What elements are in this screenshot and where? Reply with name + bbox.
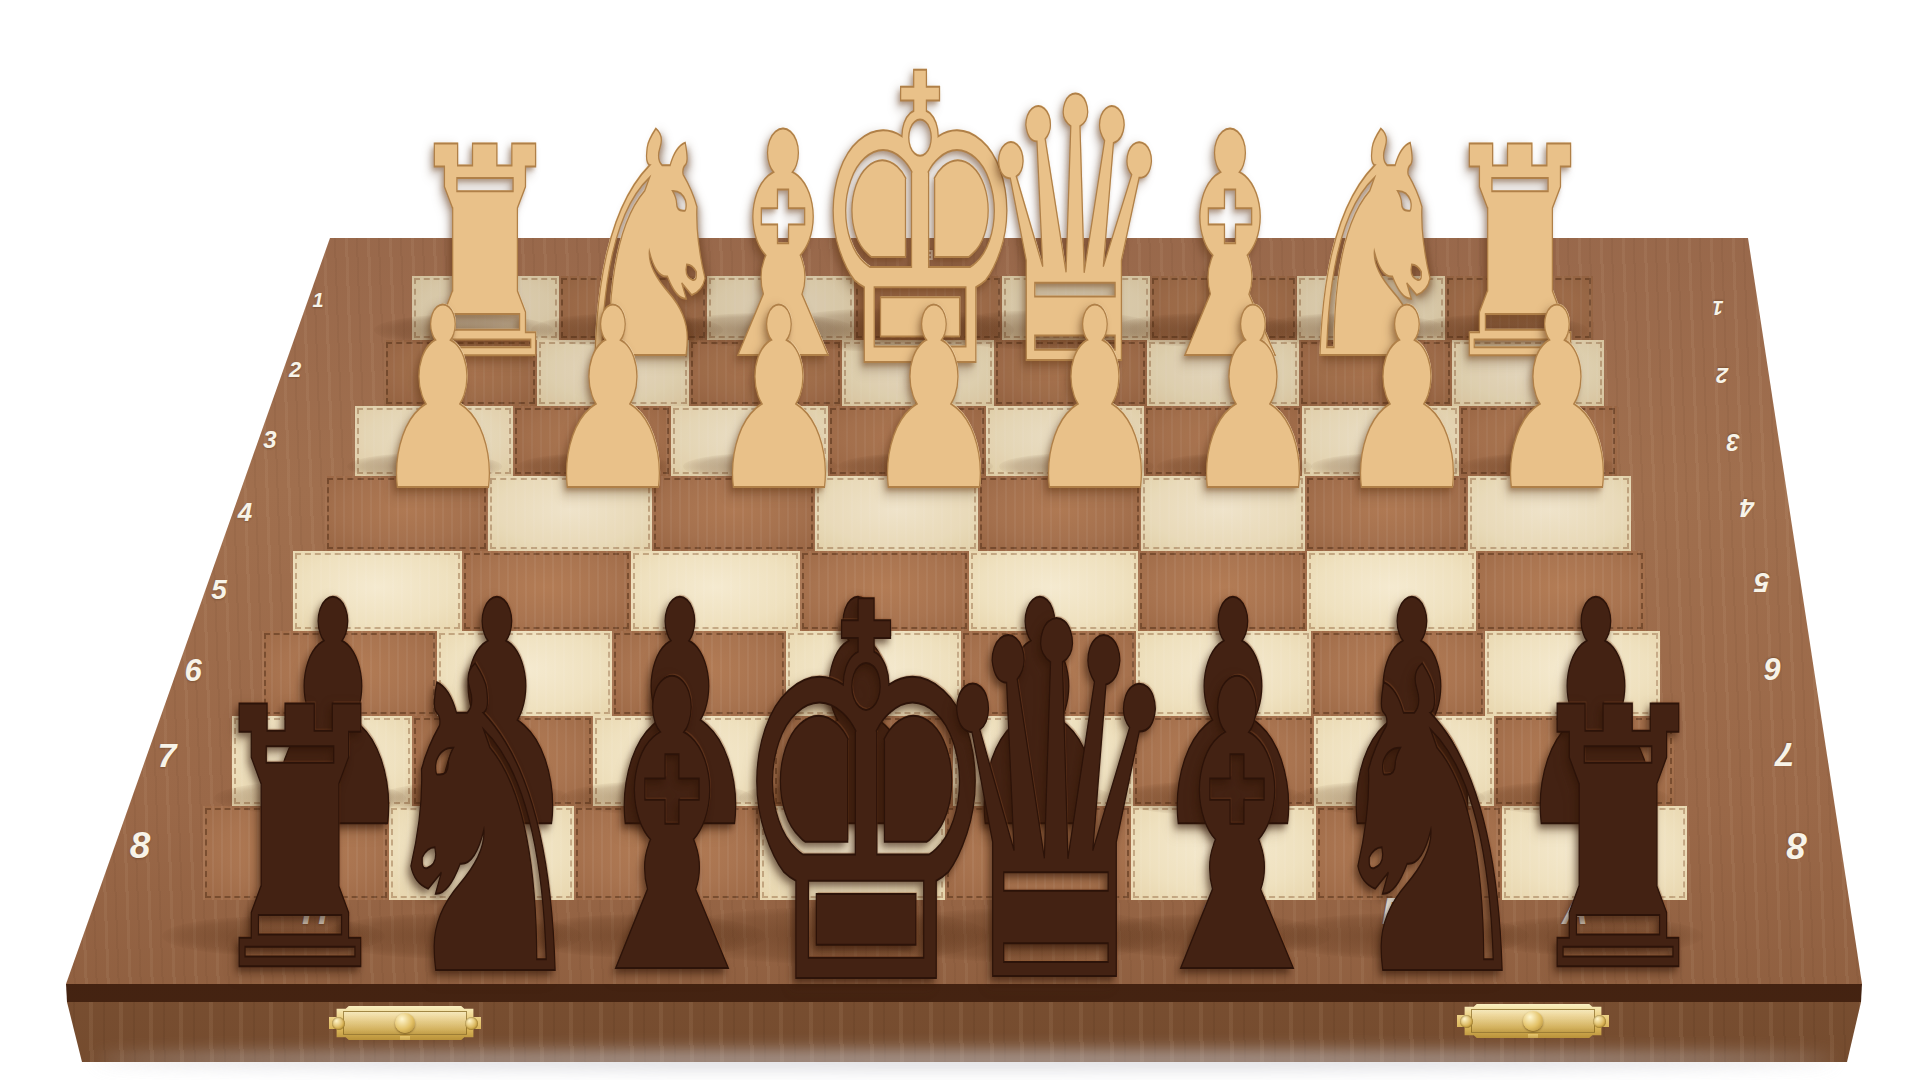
rank-label-left-4: 4: [238, 499, 252, 525]
latch-screw-right: [1593, 1015, 1606, 1028]
piece-black-knight-g8[interactable]: ♞: [370, 615, 596, 1035]
piece-white-pawn-e2[interactable]: ♟: [865, 276, 1004, 526]
rank-label-left-1: 1: [312, 290, 323, 310]
rank-label-right-2: 2: [1716, 364, 1728, 386]
rank-label-right-3: 3: [1726, 430, 1739, 454]
latch-left[interactable]: [329, 1006, 481, 1040]
rank-label-left-2: 2: [289, 359, 301, 381]
rank-label-right-5: 5: [1754, 568, 1770, 596]
piece-black-rook-a8[interactable]: ♜: [1521, 661, 1715, 1021]
rank-label-right-4: 4: [1740, 495, 1754, 521]
latch-knob: [1523, 1011, 1543, 1031]
rank-label-left-7: 7: [158, 738, 177, 772]
rank-label-right-6: 6: [1764, 653, 1781, 684]
piece-white-pawn-f2[interactable]: ♟: [710, 276, 849, 526]
latch-right[interactable]: [1457, 1004, 1609, 1038]
rank-label-left-6: 6: [184, 655, 201, 686]
piece-white-pawn-b2[interactable]: ♟: [1338, 276, 1477, 526]
latch-knob: [395, 1013, 415, 1033]
rank-label-right-7: 7: [1776, 738, 1795, 772]
latch-screw-left: [332, 1017, 345, 1030]
chess-photo-scene: 1234567812345678HGFEDCBAHGFEDCBA ♜♞♝♚♛♝♞…: [0, 0, 1920, 1080]
rank-label-right-8: 8: [1787, 827, 1808, 864]
piece-black-bishop-c8[interactable]: ♝: [1129, 630, 1344, 1030]
latch-screw-right: [465, 1017, 478, 1030]
piece-white-pawn-c2[interactable]: ♟: [1184, 276, 1323, 526]
rank-label-left-3: 3: [263, 428, 276, 452]
rank-label-left-5: 5: [211, 576, 227, 604]
rank-label-right-1: 1: [1712, 298, 1723, 318]
piece-white-pawn-g2[interactable]: ♟: [544, 276, 683, 526]
piece-black-rook-h8[interactable]: ♜: [203, 661, 397, 1021]
rank-label-left-8: 8: [130, 827, 151, 864]
piece-white-pawn-a2[interactable]: ♟: [1488, 276, 1627, 526]
piece-white-pawn-d2[interactable]: ♟: [1026, 276, 1165, 526]
piece-black-knight-b8[interactable]: ♞: [1317, 615, 1543, 1035]
piece-white-pawn-h2[interactable]: ♟: [374, 276, 513, 526]
latch-screw-left: [1460, 1015, 1473, 1028]
